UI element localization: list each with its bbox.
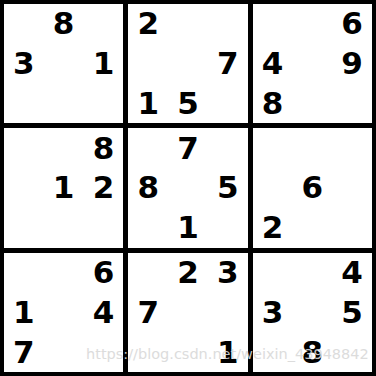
cell-r7c5: 2 xyxy=(168,253,208,293)
cell-r1c9: 6 xyxy=(332,4,372,44)
cell-r1c8 xyxy=(292,4,332,44)
cell-r6c9 xyxy=(332,208,372,248)
cell-r9c3 xyxy=(84,332,124,372)
cell-r8c7: 3 xyxy=(253,292,293,332)
cell-r2c4 xyxy=(128,44,168,84)
cell-r5c6: 5 xyxy=(208,168,248,208)
cell-r7c8 xyxy=(292,253,332,293)
sudoku-screenshot: 83127156498812785162614723714358 https:/… xyxy=(0,0,376,376)
cell-r8c9: 5 xyxy=(332,292,372,332)
cell-r1c1 xyxy=(4,4,44,44)
cell-r1c3 xyxy=(84,4,124,44)
cell-r6c6 xyxy=(208,208,248,248)
cell-r4c4 xyxy=(128,128,168,168)
cell-r5c1 xyxy=(4,168,44,208)
sudoku-board: 83127156498812785162614723714358 xyxy=(0,0,376,376)
cell-r8c4: 7 xyxy=(128,292,168,332)
cell-r9c6: 1 xyxy=(208,332,248,372)
cell-r7c9: 4 xyxy=(332,253,372,293)
cell-r4c6 xyxy=(208,128,248,168)
cell-r7c3: 6 xyxy=(84,253,124,293)
cell-r3c2 xyxy=(44,84,84,124)
cell-r8c8 xyxy=(292,292,332,332)
cell-r8c3: 4 xyxy=(84,292,124,332)
cell-r5c9 xyxy=(332,168,372,208)
cell-r6c2 xyxy=(44,208,84,248)
box-4: 812 xyxy=(4,128,123,247)
box-5: 7851 xyxy=(128,128,247,247)
cell-r3c9 xyxy=(332,84,372,124)
cell-r9c5 xyxy=(168,332,208,372)
box-3: 6498 xyxy=(253,4,372,123)
cell-r6c1 xyxy=(4,208,44,248)
cell-r5c4: 8 xyxy=(128,168,168,208)
cell-r5c3: 2 xyxy=(84,168,124,208)
cell-r9c1: 7 xyxy=(4,332,44,372)
cell-r6c8 xyxy=(292,208,332,248)
cell-r3c8 xyxy=(292,84,332,124)
cell-r6c4 xyxy=(128,208,168,248)
cell-r5c5 xyxy=(168,168,208,208)
cell-r3c7: 8 xyxy=(253,84,293,124)
cell-r4c9 xyxy=(332,128,372,168)
cell-r3c1 xyxy=(4,84,44,124)
cell-r2c3: 1 xyxy=(84,44,124,84)
cell-r2c8 xyxy=(292,44,332,84)
cell-r1c7 xyxy=(253,4,293,44)
box-6: 62 xyxy=(253,128,372,247)
box-8: 2371 xyxy=(128,253,247,372)
cell-r8c1: 1 xyxy=(4,292,44,332)
cell-r4c7 xyxy=(253,128,293,168)
cell-r2c6: 7 xyxy=(208,44,248,84)
cell-r1c4: 2 xyxy=(128,4,168,44)
cell-r9c7 xyxy=(253,332,293,372)
cell-r8c5 xyxy=(168,292,208,332)
cell-r3c5: 5 xyxy=(168,84,208,124)
cell-r4c5: 7 xyxy=(168,128,208,168)
cell-r6c3 xyxy=(84,208,124,248)
cell-r1c5 xyxy=(168,4,208,44)
box-9: 4358 xyxy=(253,253,372,372)
cell-r1c2: 8 xyxy=(44,4,84,44)
cell-r9c9 xyxy=(332,332,372,372)
cell-r6c7: 2 xyxy=(253,208,293,248)
cell-r6c5: 1 xyxy=(168,208,208,248)
box-7: 6147 xyxy=(4,253,123,372)
cell-r5c7 xyxy=(253,168,293,208)
cell-r1c6 xyxy=(208,4,248,44)
cell-r2c1: 3 xyxy=(4,44,44,84)
cell-r2c7: 4 xyxy=(253,44,293,84)
cell-r8c6 xyxy=(208,292,248,332)
cell-r3c6 xyxy=(208,84,248,124)
cell-r4c3: 8 xyxy=(84,128,124,168)
cell-r3c4: 1 xyxy=(128,84,168,124)
cell-r9c8: 8 xyxy=(292,332,332,372)
box-2: 2715 xyxy=(128,4,247,123)
cell-r5c2: 1 xyxy=(44,168,84,208)
cell-r3c3 xyxy=(84,84,124,124)
cell-r2c2 xyxy=(44,44,84,84)
cell-r5c8: 6 xyxy=(292,168,332,208)
cell-r7c2 xyxy=(44,253,84,293)
cell-r7c1 xyxy=(4,253,44,293)
cell-r7c4 xyxy=(128,253,168,293)
cell-r8c2 xyxy=(44,292,84,332)
cell-r2c9: 9 xyxy=(332,44,372,84)
cell-r7c7 xyxy=(253,253,293,293)
cell-r7c6: 3 xyxy=(208,253,248,293)
cell-r4c1 xyxy=(4,128,44,168)
cell-r4c2 xyxy=(44,128,84,168)
cell-r4c8 xyxy=(292,128,332,168)
cell-r2c5 xyxy=(168,44,208,84)
box-1: 831 xyxy=(4,4,123,123)
cell-r9c2 xyxy=(44,332,84,372)
cell-r9c4 xyxy=(128,332,168,372)
